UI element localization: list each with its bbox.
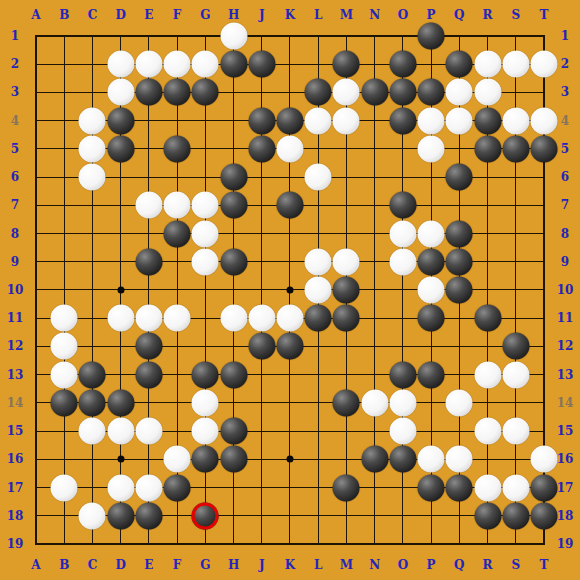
coordinate-label: A [31,559,40,571]
coordinate-label: 6 [561,171,569,183]
black-stone[interactable] [276,333,303,360]
white-stone[interactable] [474,418,501,445]
coordinate-label: Q [454,559,464,571]
black-stone[interactable] [333,276,360,303]
white-stone[interactable] [192,51,219,78]
coordinate-label: 17 [557,482,574,494]
black-stone[interactable] [220,248,247,275]
coordinate-label: 10 [557,284,574,296]
black-stone[interactable] [530,502,557,529]
black-stone[interactable] [79,361,106,388]
white-stone[interactable] [79,107,106,134]
black-stone[interactable] [220,192,247,219]
coordinate-label: F [173,9,182,21]
coordinate-label: P [427,559,436,571]
coordinate-label: S [511,9,520,21]
black-stone[interactable] [220,418,247,445]
black-stone[interactable] [418,79,445,106]
black-stone[interactable] [389,51,416,78]
coordinate-label: 14 [7,397,24,409]
star-point [286,456,293,463]
black-stone[interactable] [276,192,303,219]
white-stone[interactable] [220,23,247,50]
coordinate-label: 16 [7,453,24,465]
star-point [117,456,124,463]
white-stone[interactable] [107,418,134,445]
coordinate-label: H [228,559,239,571]
white-stone[interactable] [79,418,106,445]
coordinate-label: 16 [557,453,574,465]
black-stone[interactable] [192,79,219,106]
white-stone[interactable] [51,305,78,332]
coordinate-label: 1 [561,30,569,42]
star-point [117,286,124,293]
white-stone[interactable] [192,248,219,275]
black-stone[interactable] [530,474,557,501]
black-stone[interactable] [51,389,78,416]
coordinate-label: 6 [11,171,19,183]
black-stone[interactable] [164,79,191,106]
black-stone[interactable] [164,135,191,162]
coordinate-label: E [144,559,153,571]
white-stone[interactable] [446,446,473,473]
white-stone[interactable] [135,418,162,445]
coordinate-label: L [314,559,322,571]
black-stone[interactable] [389,361,416,388]
white-stone[interactable] [305,248,332,275]
black-stone[interactable] [446,474,473,501]
black-stone[interactable] [446,220,473,247]
coordinate-label: 4 [561,115,569,127]
black-stone[interactable] [361,446,388,473]
white-stone[interactable] [502,474,529,501]
white-stone[interactable] [51,474,78,501]
coordinate-label: K [285,9,295,21]
black-stone[interactable] [135,361,162,388]
white-stone[interactable] [79,135,106,162]
white-stone[interactable] [135,474,162,501]
black-stone[interactable] [389,107,416,134]
white-stone[interactable] [135,192,162,219]
white-stone[interactable] [446,79,473,106]
white-stone[interactable] [333,248,360,275]
white-stone[interactable] [418,276,445,303]
coordinate-label: N [369,9,380,21]
black-stone[interactable] [248,135,275,162]
black-stone[interactable] [107,389,134,416]
coordinate-label: C [88,9,98,21]
coordinate-label: 8 [561,228,569,240]
white-stone[interactable] [389,418,416,445]
coordinate-label: L [314,9,322,21]
black-stone[interactable] [135,79,162,106]
coordinate-label: R [483,559,493,571]
white-stone[interactable] [418,135,445,162]
black-stone[interactable] [418,23,445,50]
black-stone[interactable] [135,248,162,275]
white-stone[interactable] [135,51,162,78]
white-stone[interactable] [502,51,529,78]
coordinate-label: M [340,559,353,571]
white-stone[interactable] [164,51,191,78]
black-stone[interactable] [333,51,360,78]
coordinate-label: T [540,559,549,571]
white-stone[interactable] [389,389,416,416]
white-stone[interactable] [192,220,219,247]
black-stone[interactable] [164,220,191,247]
white-stone[interactable] [107,305,134,332]
star-point [286,286,293,293]
coordinate-label: 19 [557,538,574,550]
go-board-app: AABBCCDDEEFFGGHHJJKKLLMMNNOOPPQQRRSSTT11… [0,0,580,580]
coordinate-label: 7 [561,199,569,211]
coordinate-label: 4 [11,115,19,127]
black-stone[interactable] [502,333,529,360]
black-stone[interactable] [361,79,388,106]
black-stone[interactable] [446,276,473,303]
white-stone[interactable] [164,192,191,219]
white-stone[interactable] [474,79,501,106]
grid-line-horizontal [35,374,545,375]
black-stone[interactable] [446,164,473,191]
coordinate-label: 19 [7,538,24,550]
coordinate-label: H [228,9,239,21]
coordinate-label: 17 [7,482,24,494]
coordinate-label: 1 [11,30,19,42]
coordinate-label: P [427,9,436,21]
black-stone[interactable] [389,192,416,219]
black-stone[interactable] [389,446,416,473]
white-stone[interactable] [305,107,332,134]
coordinate-label: C [88,559,98,571]
black-stone[interactable] [107,107,134,134]
white-stone[interactable] [502,107,529,134]
white-stone[interactable] [418,446,445,473]
white-stone[interactable] [389,220,416,247]
white-stone[interactable] [107,474,134,501]
white-stone[interactable] [276,135,303,162]
coordinate-label: 11 [557,312,574,324]
white-stone[interactable] [502,361,529,388]
coordinate-label: 10 [7,284,24,296]
white-stone[interactable] [474,51,501,78]
white-stone[interactable] [474,361,501,388]
black-stone[interactable] [220,361,247,388]
black-stone[interactable] [333,389,360,416]
black-stone[interactable] [192,361,219,388]
white-stone[interactable] [51,361,78,388]
white-stone[interactable] [305,164,332,191]
black-stone[interactable] [248,333,275,360]
coordinate-label: F [173,559,182,571]
black-stone[interactable] [164,474,191,501]
black-stone[interactable] [135,502,162,529]
coordinate-label: N [369,559,380,571]
black-stone[interactable] [474,305,501,332]
white-stone[interactable] [305,276,332,303]
white-stone[interactable] [530,446,557,473]
white-stone[interactable] [333,79,360,106]
coordinate-label: G [200,559,210,571]
white-stone[interactable] [107,79,134,106]
black-stone[interactable] [79,389,106,416]
coordinate-label: T [540,9,549,21]
white-stone[interactable] [220,305,247,332]
coordinate-label: 8 [11,228,19,240]
coordinate-label: 9 [11,256,19,268]
coordinate-label: 2 [561,58,569,70]
white-stone[interactable] [361,389,388,416]
black-stone[interactable] [474,107,501,134]
coordinate-label: 14 [557,397,574,409]
coordinate-label: D [115,559,125,571]
black-stone[interactable] [418,305,445,332]
coordinate-label: 13 [7,369,24,381]
white-stone[interactable] [248,305,275,332]
black-stone[interactable] [135,333,162,360]
black-stone[interactable] [474,502,501,529]
last-move-marker [192,502,219,529]
white-stone[interactable] [79,164,106,191]
white-stone[interactable] [333,107,360,134]
coordinate-label: 3 [561,86,569,98]
black-stone[interactable] [107,135,134,162]
coordinate-label: B [59,9,69,21]
black-stone[interactable] [192,446,219,473]
white-stone[interactable] [530,107,557,134]
coordinate-label: 15 [557,425,574,437]
coordinate-label: 9 [561,256,569,268]
black-stone[interactable] [248,51,275,78]
coordinate-label: 18 [557,510,574,522]
coordinate-label: 18 [7,510,24,522]
coordinate-label: 11 [7,312,24,324]
white-stone[interactable] [107,51,134,78]
white-stone[interactable] [164,305,191,332]
black-stone[interactable] [418,474,445,501]
coordinate-label: 3 [11,86,19,98]
coordinate-label: B [59,559,69,571]
grid-line-horizontal [35,543,545,545]
black-stone[interactable] [446,248,473,275]
white-stone[interactable] [192,389,219,416]
coordinate-label: 15 [7,425,24,437]
coordinate-label: O [398,559,408,571]
coordinate-label: G [200,9,210,21]
coordinate-label: J [259,559,265,571]
coordinate-label: S [511,559,520,571]
coordinate-label: J [259,9,265,21]
white-stone[interactable] [418,220,445,247]
black-stone[interactable] [418,361,445,388]
white-stone[interactable] [530,51,557,78]
coordinate-label: D [115,9,125,21]
coordinate-label: 5 [561,143,569,155]
white-stone[interactable] [276,305,303,332]
white-stone[interactable] [192,192,219,219]
coordinate-label: 2 [11,58,19,70]
black-stone[interactable] [305,305,332,332]
coordinate-label: R [483,9,493,21]
black-stone[interactable] [389,79,416,106]
black-stone[interactable] [220,446,247,473]
white-stone[interactable] [418,107,445,134]
black-stone[interactable] [248,107,275,134]
black-stone[interactable] [107,502,134,529]
black-stone[interactable] [502,135,529,162]
white-stone[interactable] [389,248,416,275]
black-stone[interactable] [333,305,360,332]
black-stone[interactable] [220,164,247,191]
black-stone[interactable] [220,51,247,78]
coordinate-label: E [144,9,153,21]
coordinate-label: 5 [11,143,19,155]
white-stone[interactable] [135,305,162,332]
coordinate-label: M [340,9,353,21]
black-stone[interactable] [276,107,303,134]
black-stone[interactable] [418,248,445,275]
black-stone[interactable] [446,51,473,78]
white-stone[interactable] [51,333,78,360]
white-stone[interactable] [192,418,219,445]
coordinate-label: 12 [557,340,574,352]
black-stone[interactable] [474,135,501,162]
coordinate-label: O [398,9,408,21]
black-stone[interactable] [305,79,332,106]
coordinate-label: K [285,559,295,571]
black-stone[interactable] [333,474,360,501]
coordinate-label: 12 [7,340,24,352]
coordinate-label: Q [454,9,464,21]
white-stone[interactable] [446,389,473,416]
coordinate-label: A [31,9,40,21]
black-stone[interactable] [502,502,529,529]
coordinate-label: 7 [11,199,19,211]
white-stone[interactable] [164,446,191,473]
white-stone[interactable] [474,474,501,501]
white-stone[interactable] [79,502,106,529]
white-stone[interactable] [446,107,473,134]
white-stone[interactable] [502,418,529,445]
black-stone[interactable] [530,135,557,162]
coordinate-label: 13 [557,369,574,381]
